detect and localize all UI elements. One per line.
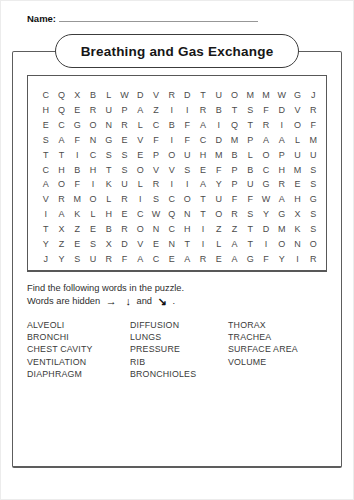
grid-cell-r6c1[interactable]: C <box>38 163 54 178</box>
grid-cell-r3c9[interactable]: B <box>164 118 180 133</box>
grid-cell-r8c10[interactable]: O <box>180 192 196 207</box>
grid-cell-r10c10[interactable]: H <box>180 222 196 237</box>
name-label: Name: <box>27 13 56 24</box>
grid-cell-r3c1[interactable]: E <box>38 118 54 133</box>
grid-cell-r9c13[interactable]: R <box>227 207 243 222</box>
grid-cell-r1c1[interactable]: C <box>38 88 54 103</box>
grid-cell-r6c8[interactable]: V <box>148 163 164 178</box>
grid-cell-r2c14[interactable]: S <box>242 103 258 118</box>
grid-cell-r3c11[interactable]: A <box>195 118 211 133</box>
word-item: TRACHEA <box>228 331 329 343</box>
grid-cell-r3c15[interactable]: R <box>258 118 274 133</box>
grid-cell-r1c4[interactable]: B <box>85 88 101 103</box>
grid-cell-r7c8[interactable]: R <box>148 178 164 193</box>
grid-cell-r6c9[interactable]: V <box>164 163 180 178</box>
word-item: LUNGS <box>130 331 228 343</box>
grid-cell-r8c5[interactable]: L <box>101 192 117 207</box>
grid-cell-r1c6[interactable]: W <box>117 88 133 103</box>
grid-cell-r2c18[interactable]: R <box>305 103 321 118</box>
grid-cell-r8c15[interactable]: W <box>258 192 274 207</box>
grid-cell-r8c17[interactable]: H <box>290 192 306 207</box>
hidden-prefix-text: Words are hidden <box>27 296 100 306</box>
grid-cell-r2c8[interactable]: Z <box>148 103 164 118</box>
grid-cell-r10c11[interactable]: I <box>195 222 211 237</box>
grid-cell-r12c6[interactable]: F <box>117 252 133 267</box>
grid-cell-r10c14[interactable]: T <box>242 222 258 237</box>
grid-cell-r6c2[interactable]: H <box>54 163 70 178</box>
grid-cell-r3c12[interactable]: I <box>211 118 227 133</box>
grid-cell-r4c7[interactable]: V <box>132 133 148 148</box>
grid-cell-r4c17[interactable]: L <box>290 133 306 148</box>
grid-cell-r5c12[interactable]: M <box>211 148 227 163</box>
grid-cell-r11c18[interactable]: O <box>305 237 321 252</box>
grid-cell-r7c4[interactable]: I <box>85 178 101 193</box>
word-item: ALVEOLI <box>27 319 130 331</box>
diagonal-arrow-icon: ↘ <box>158 295 167 307</box>
grid-cell-r6c18[interactable]: S <box>305 163 321 178</box>
grid-cell-r7c1[interactable]: A <box>38 178 54 193</box>
word-item: DIAPHRAGM <box>27 368 130 380</box>
grid-cell-r10c4[interactable]: E <box>85 222 101 237</box>
grid-cell-r3c18[interactable]: F <box>305 118 321 133</box>
grid-cell-r6c6[interactable]: S <box>117 163 133 178</box>
grid-cell-r10c9[interactable]: C <box>164 222 180 237</box>
grid-cell-r2c10[interactable]: I <box>180 103 196 118</box>
grid-cell-r2c7[interactable]: A <box>132 103 148 118</box>
grid-cell-r9c6[interactable]: E <box>117 207 133 222</box>
and-text: and <box>137 296 153 306</box>
grid-cell-r7c6[interactable]: U <box>117 178 133 193</box>
grid-cell-r10c2[interactable]: X <box>54 222 70 237</box>
grid-cell-r4c3[interactable]: F <box>69 133 85 148</box>
grid-cell-r11c17[interactable]: N <box>290 237 306 252</box>
grid-cell-r2c2[interactable]: Q <box>54 103 70 118</box>
grid-cell-r8c16[interactable]: A <box>274 192 290 207</box>
grid-cell-r8c8[interactable]: S <box>148 192 164 207</box>
grid-cell-r7c11[interactable]: A <box>195 178 211 193</box>
grid-cell-r6c3[interactable]: B <box>69 163 85 178</box>
grid-cell-r5c1[interactable]: T <box>38 148 54 163</box>
grid-cell-r8c7[interactable]: I <box>132 192 148 207</box>
grid-cell-r5c11[interactable]: H <box>195 148 211 163</box>
grid-cell-r10c8[interactable]: N <box>148 222 164 237</box>
grid-cell-r9c18[interactable]: S <box>305 207 321 222</box>
grid-cell-r11c4[interactable]: S <box>85 237 101 252</box>
grid-cell-r5c15[interactable]: O <box>258 148 274 163</box>
grid-cell-r7c13[interactable]: P <box>227 178 243 193</box>
grid-cell-r3c2[interactable]: C <box>54 118 70 133</box>
grid-cell-r1c7[interactable]: D <box>132 88 148 103</box>
grid-cell-r11c7[interactable]: V <box>132 237 148 252</box>
word-item: BRONCHI <box>27 331 130 343</box>
grid-cell-r9c10[interactable]: N <box>180 207 196 222</box>
grid-cell-r3c7[interactable]: L <box>132 118 148 133</box>
period-text: . <box>172 296 175 306</box>
page-title: Breathing and Gas Exchange <box>81 44 274 59</box>
grid-cell-r1c9[interactable]: R <box>164 88 180 103</box>
grid-cell-r10c18[interactable]: S <box>305 222 321 237</box>
grid-cell-r9c2[interactable]: A <box>54 207 70 222</box>
grid-cell-r12c11[interactable]: R <box>195 252 211 267</box>
word-item: THORAX <box>228 319 329 331</box>
grid-cell-r8c13[interactable]: F <box>227 192 243 207</box>
grid-cell-r9c3[interactable]: K <box>69 207 85 222</box>
grid-cell-r7c17[interactable]: E <box>290 178 306 193</box>
grid-cell-r4c6[interactable]: E <box>117 133 133 148</box>
grid-cell-r1c16[interactable]: W <box>274 88 290 103</box>
grid-cell-r5c17[interactable]: U <box>290 148 306 163</box>
grid-cell-r1c5[interactable]: L <box>101 88 117 103</box>
word-column-3: THORAXTRACHEASURFACE AREAVOLUME <box>228 319 329 380</box>
instructions-line1: Find the following words in the puzzle. <box>27 283 184 295</box>
grid-cell-r11c3[interactable]: E <box>69 237 85 252</box>
grid-cell-r1c15[interactable]: M <box>258 88 274 103</box>
grid-cell-r4c16[interactable]: A <box>274 133 290 148</box>
grid-cell-r12c10[interactable]: A <box>180 252 196 267</box>
grid-cell-r5c2[interactable]: T <box>54 148 70 163</box>
grid-cell-r4c4[interactable]: N <box>85 133 101 148</box>
grid-cell-r4c13[interactable]: M <box>227 133 243 148</box>
title-pill: Breathing and Gas Exchange <box>55 34 299 68</box>
grid-cell-r5c5[interactable]: S <box>101 148 117 163</box>
grid-cell-r1c2[interactable]: Q <box>54 88 70 103</box>
grid-cell-r4c5[interactable]: G <box>101 133 117 148</box>
grid-cell-r6c7[interactable]: O <box>132 163 148 178</box>
grid-cell-r3c5[interactable]: N <box>101 118 117 133</box>
grid-cell-r11c16[interactable]: O <box>274 237 290 252</box>
grid-cell-r3c17[interactable]: O <box>290 118 306 133</box>
grid-cell-r9c11[interactable]: T <box>195 207 211 222</box>
grid-cell-r8c12[interactable]: U <box>211 192 227 207</box>
grid-cell-r12c1[interactable]: J <box>38 252 54 267</box>
grid-cell-r10c6[interactable]: R <box>117 222 133 237</box>
grid-cell-r5c16[interactable]: P <box>274 148 290 163</box>
grid-cell-r5c3[interactable]: I <box>69 148 85 163</box>
grid-cell-r12c16[interactable]: Y <box>274 252 290 267</box>
grid-cell-r11c9[interactable]: N <box>164 237 180 252</box>
grid-cell-r2c17[interactable]: V <box>290 103 306 118</box>
grid-cell-r12c15[interactable]: F <box>258 252 274 267</box>
grid-cell-r2c15[interactable]: F <box>258 103 274 118</box>
grid-cell-r9c4[interactable]: L <box>85 207 101 222</box>
grid-cell-r6c11[interactable]: E <box>195 163 211 178</box>
grid-cell-r8c6[interactable]: R <box>117 192 133 207</box>
grid-cell-r10c15[interactable]: D <box>258 222 274 237</box>
grid-cell-r11c6[interactable]: D <box>117 237 133 252</box>
grid-cell-r1c12[interactable]: U <box>211 88 227 103</box>
grid-cell-r3c4[interactable]: O <box>85 118 101 133</box>
grid-cell-r7c14[interactable]: U <box>242 178 258 193</box>
grid-cell-r7c12[interactable]: Y <box>211 178 227 193</box>
grid-cell-r11c15[interactable]: I <box>258 237 274 252</box>
grid-cell-r1c18[interactable]: J <box>305 88 321 103</box>
grid-cell-r8c1[interactable]: V <box>38 192 54 207</box>
grid-cell-r12c14[interactable]: G <box>242 252 258 267</box>
name-row: Name: <box>27 13 258 24</box>
grid-cell-r6c12[interactable]: F <box>211 163 227 178</box>
grid-cell-r8c18[interactable]: G <box>305 192 321 207</box>
grid-cell-r1c8[interactable]: V <box>148 88 164 103</box>
word-item: PRESSURE <box>130 343 228 355</box>
grid-cell-r1c13[interactable]: O <box>227 88 243 103</box>
grid-cell-r12c12[interactable]: E <box>211 252 227 267</box>
grid-cell-r6c16[interactable]: H <box>274 163 290 178</box>
grid-cell-r6c14[interactable]: B <box>242 163 258 178</box>
grid-cell-r7c2[interactable]: O <box>54 178 70 193</box>
grid-cell-r6c17[interactable]: M <box>290 163 306 178</box>
grid-cell-r2c16[interactable]: D <box>274 103 290 118</box>
grid-cell-r4c9[interactable]: I <box>164 133 180 148</box>
grid-cell-r5c9[interactable]: O <box>164 148 180 163</box>
grid-cell-r10c13[interactable]: Z <box>227 222 243 237</box>
instructions: Find the following words in the puzzle. … <box>27 283 184 307</box>
word-item: DIFFUSION <box>130 319 228 331</box>
grid-cell-r9c12[interactable]: O <box>211 207 227 222</box>
grid-cell-r1c11[interactable]: T <box>195 88 211 103</box>
grid-cell-r12c4[interactable]: U <box>85 252 101 267</box>
grid-cell-r10c16[interactable]: M <box>274 222 290 237</box>
grid-cell-r11c2[interactable]: Z <box>54 237 70 252</box>
grid-cell-r7c18[interactable]: S <box>305 178 321 193</box>
grid-cell-r12c2[interactable]: Y <box>54 252 70 267</box>
grid-cell-r11c12[interactable]: L <box>211 237 227 252</box>
grid-cell-r5c18[interactable]: U <box>305 148 321 163</box>
word-item: VENTILATION <box>27 356 130 368</box>
grid-cell-r11c14[interactable]: T <box>242 237 258 252</box>
grid-cell-r6c5[interactable]: T <box>101 163 117 178</box>
grid-cell-r12c8[interactable]: C <box>148 252 164 267</box>
grid-cell-r2c6[interactable]: P <box>117 103 133 118</box>
grid-cell-r11c13[interactable]: A <box>227 237 243 252</box>
grid-cell-r9c1[interactable]: I <box>38 207 54 222</box>
grid-cell-r3c10[interactable]: F <box>180 118 196 133</box>
grid-cell-r7c9[interactable]: I <box>164 178 180 193</box>
grid-cell-r9c5[interactable]: H <box>101 207 117 222</box>
grid-cell-r4c2[interactable]: A <box>54 133 70 148</box>
grid-cell-r8c2[interactable]: R <box>54 192 70 207</box>
grid-cell-r6c10[interactable]: S <box>180 163 196 178</box>
grid-cell-r2c9[interactable]: I <box>164 103 180 118</box>
grid-cell-r12c9[interactable]: E <box>164 252 180 267</box>
grid-cell-r3c6[interactable]: R <box>117 118 133 133</box>
grid-cell-r9c16[interactable]: G <box>274 207 290 222</box>
grid-cell-r7c7[interactable]: L <box>132 178 148 193</box>
grid-cell-r4c15[interactable]: A <box>258 133 274 148</box>
grid-cell-r4c8[interactable]: F <box>148 133 164 148</box>
word-column-1: ALVEOLIBRONCHICHEST CAVITYVENTILATIONDIA… <box>27 319 130 380</box>
grid-cell-r12c18[interactable]: R <box>305 252 321 267</box>
grid-cell-r3c3[interactable]: G <box>69 118 85 133</box>
grid-cell-r1c14[interactable]: M <box>242 88 258 103</box>
word-item: SURFACE AREA <box>228 343 329 355</box>
grid-cell-r10c3[interactable]: Z <box>69 222 85 237</box>
grid-cell-r1c10[interactable]: D <box>180 88 196 103</box>
grid-cell-r6c13[interactable]: P <box>227 163 243 178</box>
grid-cell-r8c14[interactable]: F <box>242 192 258 207</box>
down-arrow-icon: ↓ <box>125 295 131 307</box>
name-input-line[interactable] <box>59 13 258 22</box>
grid-cell-r12c13[interactable]: A <box>227 252 243 267</box>
word-list: ALVEOLIBRONCHICHEST CAVITYVENTILATIONDIA… <box>27 319 329 380</box>
grid-cell-r5c14[interactable]: L <box>242 148 258 163</box>
word-item: BRONCHIOLES <box>130 368 228 380</box>
grid-cell-r8c3[interactable]: M <box>69 192 85 207</box>
grid-cell-r3c13[interactable]: Q <box>227 118 243 133</box>
grid-cell-r3c14[interactable]: T <box>242 118 258 133</box>
grid-cell-r5c10[interactable]: U <box>180 148 196 163</box>
grid-cell-r9c15[interactable]: Y <box>258 207 274 222</box>
grid-cell-r9c14[interactable]: S <box>242 207 258 222</box>
grid-cell-r5c7[interactable]: E <box>132 148 148 163</box>
grid-cell-r8c9[interactable]: C <box>164 192 180 207</box>
grid-cell-r7c15[interactable]: G <box>258 178 274 193</box>
grid-cell-r3c16[interactable]: I <box>274 118 290 133</box>
grid-cell-r10c12[interactable]: Z <box>211 222 227 237</box>
grid-cell-r10c1[interactable]: T <box>38 222 54 237</box>
grid-cell-r2c1[interactable]: H <box>38 103 54 118</box>
grid-cell-r11c1[interactable]: Y <box>38 237 54 252</box>
grid-cell-r10c7[interactable]: O <box>132 222 148 237</box>
grid-cell-r6c15[interactable]: C <box>258 163 274 178</box>
grid-cell-r2c5[interactable]: U <box>101 103 117 118</box>
grid-cell-r12c7[interactable]: A <box>132 252 148 267</box>
grid-cell-r5c13[interactable]: B <box>227 148 243 163</box>
grid-cell-r4c11[interactable]: C <box>195 133 211 148</box>
letter-grid: CQXBLWDVRDTUOMMWGJHQERUPAZIIRBTSFDVRECGO… <box>28 76 326 270</box>
grid-cell-r10c5[interactable]: B <box>101 222 117 237</box>
grid-cell-r5c6[interactable]: S <box>117 148 133 163</box>
grid-cell-r12c5[interactable]: R <box>101 252 117 267</box>
grid-cell-r2c4[interactable]: R <box>85 103 101 118</box>
grid-cell-r7c3[interactable]: F <box>69 178 85 193</box>
grid-cell-r5c8[interactable]: P <box>148 148 164 163</box>
grid-cell-r4c10[interactable]: F <box>180 133 196 148</box>
grid-cell-r10c17[interactable]: K <box>290 222 306 237</box>
word-item: CHEST CAVITY <box>27 343 130 355</box>
worksheet-page: Name: Breathing and Gas Exchange CQXBLWD… <box>0 0 354 500</box>
right-arrow-icon: → <box>106 295 117 307</box>
grid-cell-r4c18[interactable]: M <box>305 133 321 148</box>
grid-cell-r9c17[interactable]: X <box>290 207 306 222</box>
grid-cell-r2c13[interactable]: T <box>227 103 243 118</box>
grid-cell-r11c10[interactable]: T <box>180 237 196 252</box>
grid-cell-r1c17[interactable]: G <box>290 88 306 103</box>
word-column-2: DIFFUSIONLUNGSPRESSURERIBBRONCHIOLES <box>130 319 228 380</box>
grid-cell-r9c8[interactable]: W <box>148 207 164 222</box>
grid-cell-r12c17[interactable]: I <box>290 252 306 267</box>
grid-cell-r7c16[interactable]: R <box>274 178 290 193</box>
grid-cell-r8c4[interactable]: O <box>85 192 101 207</box>
grid-cell-r8c11[interactable]: T <box>195 192 211 207</box>
grid-cell-r2c3[interactable]: E <box>69 103 85 118</box>
grid-cell-r9c9[interactable]: Q <box>164 207 180 222</box>
grid-cell-r4c14[interactable]: P <box>242 133 258 148</box>
word-item: RIB <box>130 356 228 368</box>
grid-cell-r2c11[interactable]: R <box>195 103 211 118</box>
grid-cell-r11c5[interactable]: X <box>101 237 117 252</box>
grid-cell-r11c11[interactable]: I <box>195 237 211 252</box>
grid-cell-r11c8[interactable]: E <box>148 237 164 252</box>
grid-cell-r7c5[interactable]: K <box>101 178 117 193</box>
grid-cell-r1c3[interactable]: X <box>69 88 85 103</box>
grid-cell-r4c1[interactable]: S <box>38 133 54 148</box>
grid-cell-r12c3[interactable]: S <box>69 252 85 267</box>
grid-cell-r4c12[interactable]: D <box>211 133 227 148</box>
instructions-line2: Words are hidden → ↓ and ↘ . <box>27 295 184 308</box>
grid-cell-r3c8[interactable]: C <box>148 118 164 133</box>
grid-cell-r7c10[interactable]: I <box>180 178 196 193</box>
word-search-board: CQXBLWDVRDTUOMMWGJHQERUPAZIIRBTSFDVRECGO… <box>27 75 327 272</box>
grid-cell-r9c7[interactable]: C <box>132 207 148 222</box>
grid-cell-r6c4[interactable]: H <box>85 163 101 178</box>
grid-cell-r2c12[interactable]: B <box>211 103 227 118</box>
grid-cell-r5c4[interactable]: C <box>85 148 101 163</box>
word-item: VOLUME <box>228 356 329 368</box>
